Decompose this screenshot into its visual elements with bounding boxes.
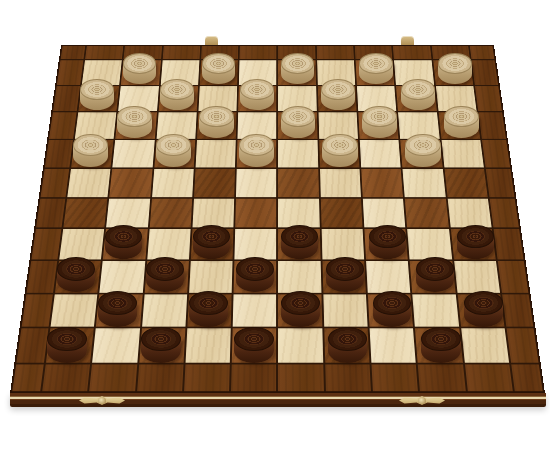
square-r9c2[interactable] <box>96 294 142 327</box>
frame-cell <box>42 364 90 391</box>
frame-cell <box>53 86 80 111</box>
square-r3c4[interactable] <box>197 113 237 139</box>
square-r6c8 <box>363 198 406 227</box>
square-r7c10[interactable] <box>451 229 496 259</box>
square-r9c7 <box>323 294 368 327</box>
square-r3c9 <box>398 113 439 139</box>
frame-cell <box>22 294 53 327</box>
frame-cell <box>85 46 123 59</box>
square-r10c8 <box>370 329 416 363</box>
square-r9c8[interactable] <box>368 294 413 327</box>
brass-clasp-left-icon <box>79 396 125 405</box>
square-r4c7[interactable] <box>319 140 359 167</box>
frame-cell <box>498 261 529 293</box>
square-r3c3 <box>156 113 196 139</box>
frame-cell <box>478 113 506 139</box>
square-r9c10[interactable] <box>457 294 504 327</box>
frame-cell <box>16 329 48 363</box>
frame-cell <box>27 261 58 293</box>
square-r4c5[interactable] <box>237 140 277 167</box>
square-r10c6 <box>278 329 323 363</box>
square-r4c1[interactable] <box>71 140 114 167</box>
square-r10c1[interactable] <box>46 329 94 363</box>
square-r7c5 <box>235 229 277 259</box>
square-r1c3 <box>160 60 199 84</box>
square-r10c9[interactable] <box>415 329 462 363</box>
square-r7c6[interactable] <box>278 229 320 259</box>
square-r8c8 <box>366 261 410 293</box>
square-r6c10 <box>447 198 491 227</box>
square-r2c9[interactable] <box>396 86 436 111</box>
square-r10c3[interactable] <box>139 329 185 363</box>
square-r3c1 <box>75 113 117 139</box>
square-r1c4[interactable] <box>200 60 238 84</box>
square-r8c2 <box>100 261 145 293</box>
frame-cell <box>278 364 323 391</box>
frame-cell <box>57 60 83 84</box>
square-r7c2[interactable] <box>103 229 147 259</box>
frame-cell <box>418 364 465 391</box>
square-r3c8[interactable] <box>358 113 398 139</box>
frame-cell <box>41 169 70 197</box>
frame-cell <box>475 86 502 111</box>
square-r6c3[interactable] <box>149 198 192 227</box>
square-r3c5 <box>238 113 277 139</box>
square-r5c5 <box>236 169 276 197</box>
square-r1c8[interactable] <box>356 60 395 84</box>
brass-clasp-right-icon <box>399 396 445 405</box>
square-r6c6 <box>278 198 319 227</box>
frame-cell <box>31 229 61 259</box>
square-r7c4[interactable] <box>191 229 234 259</box>
frame-cell <box>61 46 86 59</box>
square-r8c9[interactable] <box>410 261 455 293</box>
frame-cell <box>465 364 513 391</box>
square-r5c8[interactable] <box>361 169 403 197</box>
square-r8c10 <box>454 261 500 293</box>
frame-cell <box>511 364 542 391</box>
square-r8c1[interactable] <box>55 261 101 293</box>
square-r2c1[interactable] <box>78 86 119 111</box>
square-r3c6[interactable] <box>278 113 317 139</box>
square-r8c7[interactable] <box>322 261 366 293</box>
square-r9c3 <box>142 294 187 327</box>
square-r5c7 <box>320 169 361 197</box>
square-r4c2 <box>113 140 155 167</box>
frame-cell <box>89 364 136 391</box>
square-r6c7[interactable] <box>321 198 363 227</box>
frame-cell <box>137 364 184 391</box>
frame-cell <box>49 113 77 139</box>
square-r7c3 <box>147 229 191 259</box>
square-r3c2[interactable] <box>116 113 157 139</box>
square-r2c2 <box>118 86 158 111</box>
frame-cell <box>431 46 469 59</box>
frame-cell <box>184 364 230 391</box>
square-r10c2 <box>92 329 139 363</box>
square-r2c8 <box>357 86 397 111</box>
square-r2c5[interactable] <box>238 86 276 111</box>
square-r8c6 <box>278 261 321 293</box>
square-r5c3 <box>152 169 194 197</box>
square-r9c1 <box>51 294 98 327</box>
square-r7c9 <box>408 229 452 259</box>
square-r5c4[interactable] <box>194 169 235 197</box>
frame-cell <box>502 294 533 327</box>
square-r2c6 <box>278 86 316 111</box>
frame-cell <box>393 46 431 59</box>
square-r2c10 <box>436 86 477 111</box>
frame-cell <box>278 46 315 59</box>
square-r4c6 <box>278 140 318 167</box>
square-r6c9[interactable] <box>405 198 448 227</box>
square-r7c1 <box>59 229 104 259</box>
square-r5c10[interactable] <box>444 169 487 197</box>
frame-cell <box>472 60 498 84</box>
frame-cell <box>507 329 539 363</box>
square-r6c2 <box>106 198 149 227</box>
frame-cell <box>36 198 65 227</box>
frame-cell <box>12 364 43 391</box>
square-r9c5 <box>233 294 277 327</box>
square-r9c6[interactable] <box>278 294 322 327</box>
frame-cell <box>240 46 277 59</box>
square-r10c4 <box>185 329 230 363</box>
frame-cell <box>486 169 515 197</box>
square-r7c8[interactable] <box>364 229 408 259</box>
square-r10c5[interactable] <box>232 329 277 363</box>
square-r7c7 <box>321 229 364 259</box>
frame-cell <box>470 46 495 59</box>
square-r9c9 <box>413 294 459 327</box>
square-r8c4 <box>189 261 233 293</box>
square-r10c7[interactable] <box>324 329 369 363</box>
square-r8c3[interactable] <box>144 261 188 293</box>
frame-cell <box>45 140 73 167</box>
square-r3c10[interactable] <box>438 113 480 139</box>
square-r2c4 <box>198 86 237 111</box>
square-r5c6[interactable] <box>278 169 318 197</box>
square-r4c8 <box>360 140 401 167</box>
square-r10c10 <box>461 329 509 363</box>
draughts-board <box>10 45 545 393</box>
square-r6c4 <box>192 198 234 227</box>
square-r5c1 <box>67 169 110 197</box>
frame-cell <box>482 140 510 167</box>
square-r4c3[interactable] <box>154 140 195 167</box>
frame-cell <box>372 364 419 391</box>
frame-cell <box>124 46 162 59</box>
square-r8c5[interactable] <box>234 261 277 293</box>
square-r1c9 <box>394 60 434 84</box>
square-r1c7 <box>317 60 355 84</box>
square-r1c6[interactable] <box>278 60 316 84</box>
square-r4c9[interactable] <box>401 140 443 167</box>
frame-cell <box>162 46 200 59</box>
square-r4c10 <box>441 140 484 167</box>
square-r2c3[interactable] <box>158 86 198 111</box>
board-photo-scene <box>0 0 550 461</box>
frame-cell <box>355 46 393 59</box>
square-r4c4 <box>195 140 235 167</box>
square-r1c1 <box>82 60 122 84</box>
board-front-edge <box>10 393 546 407</box>
frame-cell <box>494 229 524 259</box>
square-r6c5[interactable] <box>235 198 276 227</box>
square-r2c7[interactable] <box>318 86 357 111</box>
square-r1c5 <box>239 60 277 84</box>
frame-cell <box>201 46 238 59</box>
frame-cell <box>490 198 519 227</box>
square-r3c7 <box>318 113 358 139</box>
square-r9c4[interactable] <box>187 294 232 327</box>
frame-cell <box>325 364 371 391</box>
frame-cell <box>231 364 276 391</box>
square-r6c1[interactable] <box>63 198 107 227</box>
square-r5c2[interactable] <box>110 169 153 197</box>
frame-cell <box>317 46 354 59</box>
square-r5c9 <box>403 169 446 197</box>
square-r1c2[interactable] <box>121 60 161 84</box>
square-r1c10[interactable] <box>433 60 473 84</box>
